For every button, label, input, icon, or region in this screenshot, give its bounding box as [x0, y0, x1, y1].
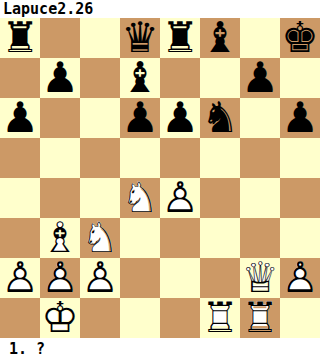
square-b6[interactable]	[40, 98, 80, 138]
square-e1[interactable]	[160, 298, 200, 338]
square-a5[interactable]	[0, 138, 40, 178]
square-f4[interactable]	[200, 178, 240, 218]
white-piece-outline: ♘	[80, 218, 120, 258]
square-e6[interactable]: ♟	[160, 98, 200, 138]
white-king: ♚♔	[40, 298, 80, 338]
square-d4[interactable]: ♞♘	[120, 178, 160, 218]
square-a4[interactable]	[0, 178, 40, 218]
title-bar: Lapuce2.26	[0, 0, 320, 18]
square-f8[interactable]: ♝	[200, 18, 240, 58]
square-a2[interactable]: ♟♙	[0, 258, 40, 298]
square-h4[interactable]	[280, 178, 320, 218]
square-f7[interactable]	[200, 58, 240, 98]
square-g8[interactable]	[240, 18, 280, 58]
square-f2[interactable]	[200, 258, 240, 298]
move-prompt: 1. ?	[0, 338, 45, 360]
square-h7[interactable]	[280, 58, 320, 98]
square-g5[interactable]	[240, 138, 280, 178]
square-g6[interactable]	[240, 98, 280, 138]
square-c3[interactable]: ♞♘	[80, 218, 120, 258]
black-king: ♚	[280, 18, 320, 58]
square-e3[interactable]	[160, 218, 200, 258]
white-queen: ♛♕	[240, 258, 280, 298]
square-c6[interactable]	[80, 98, 120, 138]
chess-board: ♜♛♜♝♚♟♝♟♟♟♟♞♟♞♘♟♙♝♗♞♘♟♙♟♙♟♙♛♕♟♙♚♔♜♖♜♖	[0, 18, 320, 338]
square-f1[interactable]: ♜♖	[200, 298, 240, 338]
white-piece-outline: ♖	[200, 298, 240, 338]
square-h8[interactable]: ♚	[280, 18, 320, 58]
square-c7[interactable]	[80, 58, 120, 98]
square-e4[interactable]: ♟♙	[160, 178, 200, 218]
square-h2[interactable]: ♟♙	[280, 258, 320, 298]
white-pawn: ♟♙	[80, 258, 120, 298]
square-h1[interactable]	[280, 298, 320, 338]
square-f5[interactable]	[200, 138, 240, 178]
square-b2[interactable]: ♟♙	[40, 258, 80, 298]
black-knight: ♞	[200, 98, 240, 138]
square-g2[interactable]: ♛♕	[240, 258, 280, 298]
square-g4[interactable]	[240, 178, 280, 218]
white-rook: ♜♖	[240, 298, 280, 338]
white-piece-outline: ♙	[80, 258, 120, 298]
square-a1[interactable]	[0, 298, 40, 338]
white-piece-outline: ♕	[240, 258, 280, 298]
square-d2[interactable]	[120, 258, 160, 298]
square-h5[interactable]	[280, 138, 320, 178]
white-piece-outline: ♖	[240, 298, 280, 338]
square-b5[interactable]	[40, 138, 80, 178]
black-pawn: ♟	[160, 98, 200, 138]
square-f3[interactable]	[200, 218, 240, 258]
square-b7[interactable]: ♟	[40, 58, 80, 98]
square-d6[interactable]: ♟	[120, 98, 160, 138]
square-h6[interactable]: ♟	[280, 98, 320, 138]
white-pawn: ♟♙	[40, 258, 80, 298]
square-b8[interactable]	[40, 18, 80, 58]
square-e8[interactable]: ♜	[160, 18, 200, 58]
square-d7[interactable]: ♝	[120, 58, 160, 98]
square-b3[interactable]: ♝♗	[40, 218, 80, 258]
black-bishop: ♝	[120, 58, 160, 98]
black-pawn: ♟	[280, 98, 320, 138]
square-f6[interactable]: ♞	[200, 98, 240, 138]
square-d3[interactable]	[120, 218, 160, 258]
square-b1[interactable]: ♚♔	[40, 298, 80, 338]
white-piece-outline: ♔	[40, 298, 80, 338]
white-piece-outline: ♙	[0, 258, 40, 298]
black-bishop: ♝	[200, 18, 240, 58]
square-c2[interactable]: ♟♙	[80, 258, 120, 298]
white-piece-outline: ♗	[40, 218, 80, 258]
square-d5[interactable]	[120, 138, 160, 178]
white-pawn: ♟♙	[280, 258, 320, 298]
square-g1[interactable]: ♜♖	[240, 298, 280, 338]
black-rook: ♜	[160, 18, 200, 58]
square-c1[interactable]	[80, 298, 120, 338]
white-piece-outline: ♙	[40, 258, 80, 298]
white-knight: ♞♘	[120, 178, 160, 218]
white-piece-outline: ♙	[160, 178, 200, 218]
white-piece-outline: ♙	[280, 258, 320, 298]
white-pawn: ♟♙	[160, 178, 200, 218]
square-a8[interactable]: ♜	[0, 18, 40, 58]
square-e7[interactable]	[160, 58, 200, 98]
white-piece-outline: ♘	[120, 178, 160, 218]
black-queen: ♛	[120, 18, 160, 58]
square-e2[interactable]	[160, 258, 200, 298]
square-a6[interactable]: ♟	[0, 98, 40, 138]
black-pawn: ♟	[40, 58, 80, 98]
square-g7[interactable]: ♟	[240, 58, 280, 98]
square-c4[interactable]	[80, 178, 120, 218]
black-pawn: ♟	[240, 58, 280, 98]
white-bishop: ♝♗	[40, 218, 80, 258]
square-c5[interactable]	[80, 138, 120, 178]
square-b4[interactable]	[40, 178, 80, 218]
square-a7[interactable]	[0, 58, 40, 98]
square-d8[interactable]: ♛	[120, 18, 160, 58]
square-g3[interactable]	[240, 218, 280, 258]
black-pawn: ♟	[0, 98, 40, 138]
white-pawn: ♟♙	[0, 258, 40, 298]
square-h3[interactable]	[280, 218, 320, 258]
white-knight: ♞♘	[80, 218, 120, 258]
black-pawn: ♟	[120, 98, 160, 138]
square-a3[interactable]	[0, 218, 40, 258]
white-rook: ♜♖	[200, 298, 240, 338]
square-d1[interactable]	[120, 298, 160, 338]
square-c8[interactable]	[80, 18, 120, 58]
black-rook: ♜	[0, 18, 40, 58]
square-e5[interactable]	[160, 138, 200, 178]
